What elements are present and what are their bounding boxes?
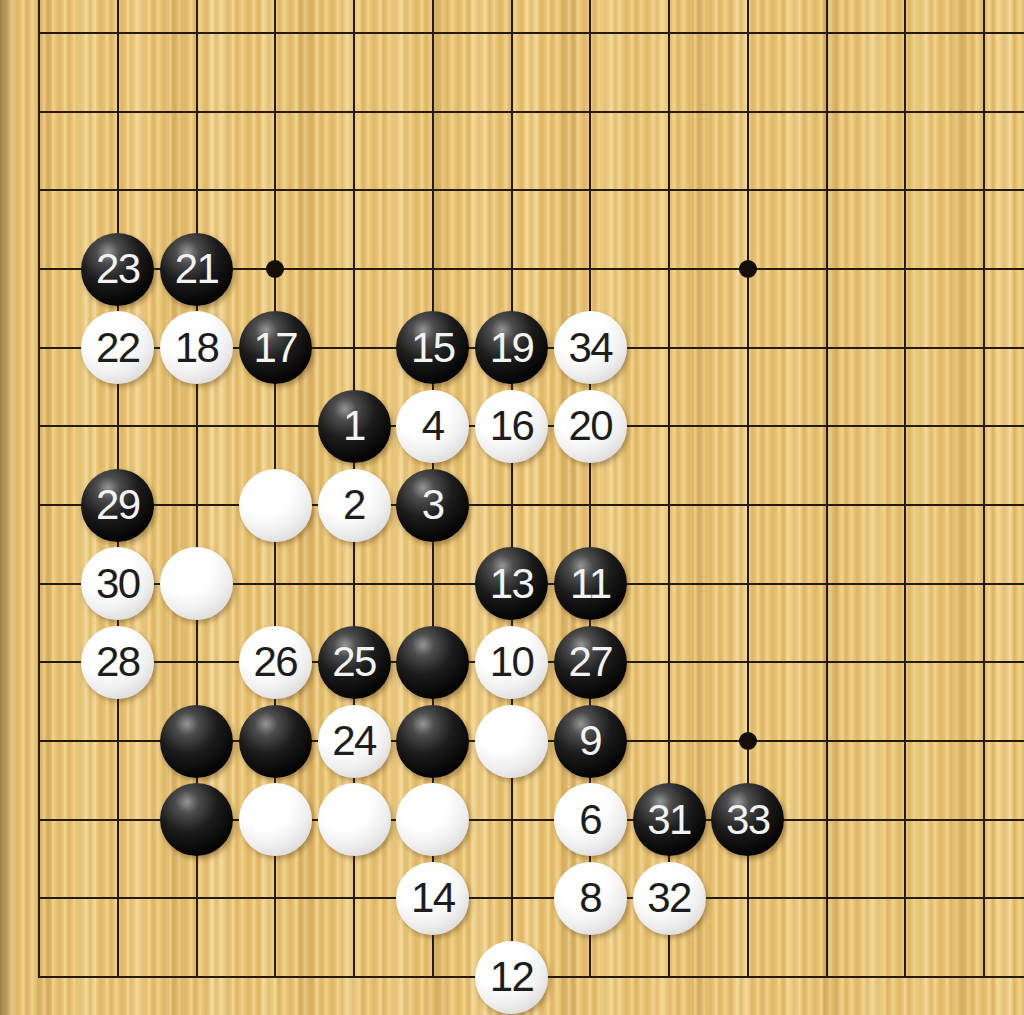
stone-black: 3 — [396, 469, 469, 542]
move-number: 16 — [490, 405, 534, 447]
stone-black: 9 — [554, 705, 627, 778]
stone-black: 21 — [160, 233, 233, 306]
move-number: 26 — [253, 641, 297, 683]
stone-black: 1 — [318, 390, 391, 463]
stone-white: 6 — [554, 783, 627, 856]
stone-white: 28 — [81, 626, 154, 699]
stone-black: 23 — [81, 233, 154, 306]
stone-white: 34 — [554, 311, 627, 384]
star-point — [266, 260, 284, 278]
stone-black: 15 — [396, 311, 469, 384]
grid-line-h — [38, 504, 1024, 506]
move-number: 23 — [96, 248, 140, 290]
move-number: 8 — [579, 877, 601, 919]
stone-black — [239, 705, 312, 778]
move-number: 34 — [568, 327, 612, 369]
stone-black — [160, 783, 233, 856]
move-number: 28 — [96, 641, 140, 683]
stone-white: 16 — [475, 390, 548, 463]
stone-white — [239, 469, 312, 542]
stone-white: 10 — [475, 626, 548, 699]
stone-white — [396, 783, 469, 856]
stone-white: 8 — [554, 862, 627, 935]
move-number: 18 — [175, 327, 219, 369]
move-number: 14 — [411, 877, 455, 919]
move-number: 24 — [332, 720, 376, 762]
move-number: 17 — [253, 327, 297, 369]
grid-line-v — [904, 0, 906, 978]
stone-white: 14 — [396, 862, 469, 935]
stone-black — [160, 705, 233, 778]
stone-white: 18 — [160, 311, 233, 384]
move-number: 25 — [332, 641, 376, 683]
star-point — [739, 260, 757, 278]
move-number: 12 — [490, 956, 534, 998]
stone-black — [396, 705, 469, 778]
move-number: 30 — [96, 563, 140, 605]
board-left-edge — [0, 0, 16, 1015]
move-number: 13 — [490, 563, 534, 605]
move-number: 11 — [570, 563, 611, 605]
stone-white: 26 — [239, 626, 312, 699]
grid-line-v — [511, 0, 513, 978]
stone-black: 19 — [475, 311, 548, 384]
move-number: 21 — [175, 248, 219, 290]
stone-white: 12 — [475, 941, 548, 1014]
stone-black: 29 — [81, 469, 154, 542]
go-board-diagram[interactable]: 2321221817151934141620292330131128262510… — [0, 0, 1024, 1015]
stone-white: 32 — [633, 862, 706, 935]
grid-line-v — [983, 0, 985, 978]
stone-black — [396, 626, 469, 699]
move-number: 10 — [490, 641, 534, 683]
move-number: 31 — [647, 799, 691, 841]
star-point — [739, 732, 757, 750]
stone-white: 4 — [396, 390, 469, 463]
move-number: 32 — [647, 877, 691, 919]
stone-white — [239, 783, 312, 856]
grid-line-v — [826, 0, 828, 978]
grid-line-h — [38, 111, 1024, 113]
move-number: 20 — [568, 405, 612, 447]
stone-white: 20 — [554, 390, 627, 463]
stone-black: 11 — [554, 547, 627, 620]
grid-line-h — [38, 32, 1024, 34]
stone-white: 24 — [318, 705, 391, 778]
grid-line-v — [38, 0, 40, 978]
move-number: 29 — [96, 484, 140, 526]
move-number: 15 — [411, 327, 455, 369]
stone-white — [160, 547, 233, 620]
stone-white — [318, 783, 391, 856]
move-number: 22 — [96, 327, 140, 369]
stone-black: 27 — [554, 626, 627, 699]
move-number: 2 — [343, 484, 365, 526]
stone-black: 33 — [711, 783, 784, 856]
move-number: 33 — [726, 799, 770, 841]
move-number: 9 — [579, 720, 601, 762]
move-number: 3 — [422, 484, 444, 526]
stone-white — [475, 705, 548, 778]
stone-white: 30 — [81, 547, 154, 620]
move-number: 27 — [568, 641, 612, 683]
grid-line-h — [38, 189, 1024, 191]
grid-line-h — [38, 897, 1024, 899]
stone-black: 13 — [475, 547, 548, 620]
stone-black: 17 — [239, 311, 312, 384]
stone-white: 2 — [318, 469, 391, 542]
stone-black: 31 — [633, 783, 706, 856]
move-number: 6 — [579, 799, 601, 841]
move-number: 19 — [490, 327, 534, 369]
stone-black: 25 — [318, 626, 391, 699]
move-number: 4 — [422, 405, 444, 447]
move-number: 1 — [343, 405, 365, 447]
stone-white: 22 — [81, 311, 154, 384]
